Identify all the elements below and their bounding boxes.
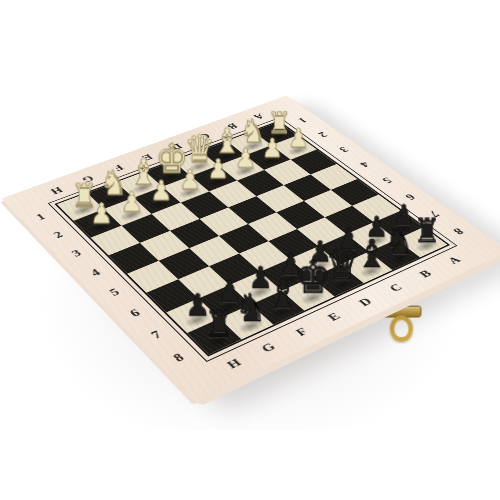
product-photo-scene: HGFEDCBA HGFEDCBA 12345678 12345678 ♜♞♝♚… <box>0 0 500 500</box>
white-pawn[interactable]: ♟ <box>84 202 120 227</box>
black-rook[interactable]: ♜ <box>199 308 239 341</box>
square-e3[interactable] <box>181 191 229 219</box>
brass-clasp-latch <box>377 304 425 343</box>
square-h2[interactable]: ♟ <box>74 209 122 238</box>
clasp-ring <box>389 315 412 341</box>
